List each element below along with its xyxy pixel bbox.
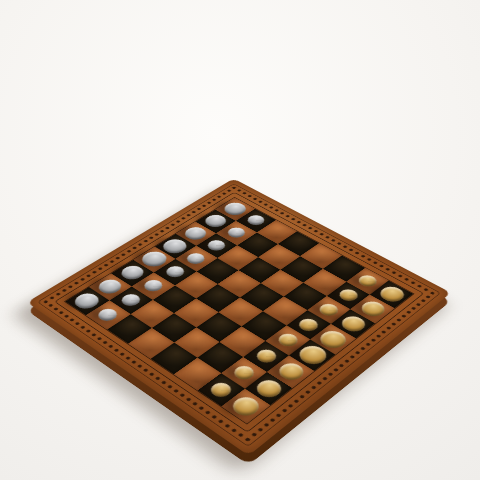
piece-base <box>355 273 380 289</box>
playing-field: ♜♟♞♟♝♟♛♟♚♟♝♟♟♞♜♟♟♜♞♟♟♝♟♛♟♚♟♝♟♞♟♜ <box>64 197 415 425</box>
piece-base <box>244 213 267 227</box>
piece-base <box>316 301 342 318</box>
scene: ♜♟♞♟♝♟♛♟♚♟♝♟♟♞♜♟♟♜♞♟♟♝♟♛♟♚♟♝♟♞♟♜ <box>0 0 480 480</box>
piece-base <box>118 292 144 308</box>
piece-base <box>201 213 230 230</box>
board-face: ♜♟♞♟♝♟♛♟♚♟♝♟♟♞♜♟♟♜♞♟♟♝♟♛♟♚♟♝♟♞♟♜ <box>27 179 451 456</box>
square-a3 <box>323 255 365 281</box>
chessboard: ♜♟♞♟♝♟♛♟♚♟♝♟♟♞♜♟♟♜♞♟♟♝♟♛♟♚♟♝♟♞♟♜ <box>27 179 451 456</box>
piece-base <box>163 264 188 279</box>
piece-base <box>205 238 229 253</box>
piece-base <box>336 287 361 303</box>
piece-base <box>184 251 208 266</box>
square-b1: ♞ <box>351 295 395 323</box>
piece-base <box>296 316 322 333</box>
piece-base <box>230 363 257 382</box>
piece-base <box>253 347 280 365</box>
square-h1: ♜ <box>222 389 270 423</box>
piece-base <box>207 380 235 400</box>
photo-stage: ♜♟♞♟♝♟♛♟♚♟♝♟♟♞♜♟♟♜♞♟♟♝♟♛♟♚♟♝♟♞♟♜ <box>0 0 480 480</box>
piece-base <box>141 278 166 294</box>
piece-base <box>274 331 301 349</box>
piece-base <box>337 313 369 334</box>
rook-glyph: ♜ <box>367 242 416 297</box>
piece-base <box>71 291 104 312</box>
piece-base <box>274 360 307 383</box>
piece-base <box>225 226 249 240</box>
piece-base <box>95 306 121 323</box>
square-a2: ♟ <box>346 268 389 295</box>
